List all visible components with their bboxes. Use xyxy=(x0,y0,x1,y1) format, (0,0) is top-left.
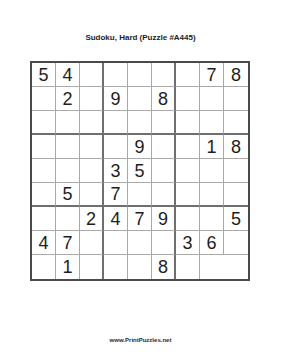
cell-r5c2 xyxy=(56,159,80,183)
cell-r6c1 xyxy=(32,183,56,207)
cell-r1c9: 8 xyxy=(224,63,248,87)
cell-r7c2 xyxy=(56,207,80,231)
cell-r1c4 xyxy=(104,63,128,87)
cell-r1c6 xyxy=(152,63,176,87)
cell-r8c2: 7 xyxy=(56,231,80,255)
cell-r6c6 xyxy=(152,183,176,207)
cell-r7c5: 7 xyxy=(128,207,152,231)
cell-r3c4 xyxy=(104,111,128,135)
cell-r9c3 xyxy=(80,255,104,279)
cell-r1c8: 7 xyxy=(200,63,224,87)
cell-r9c6: 8 xyxy=(152,255,176,279)
cell-r5c7 xyxy=(176,159,200,183)
cell-r3c7 xyxy=(176,111,200,135)
cell-r3c2 xyxy=(56,111,80,135)
cell-r2c9 xyxy=(224,87,248,111)
cell-r4c8: 1 xyxy=(200,135,224,159)
cell-r7c6: 9 xyxy=(152,207,176,231)
cell-r5c5: 5 xyxy=(128,159,152,183)
cell-r8c6 xyxy=(152,231,176,255)
cell-r4c1 xyxy=(32,135,56,159)
cell-r9c7 xyxy=(176,255,200,279)
sudoku-board: 5478298918355724795473618 xyxy=(30,61,250,281)
cell-r5c8 xyxy=(200,159,224,183)
cell-r8c8: 6 xyxy=(200,231,224,255)
website-credit: www.PrintPuzzles.net xyxy=(0,337,281,344)
cell-r5c9 xyxy=(224,159,248,183)
cell-r7c9: 5 xyxy=(224,207,248,231)
cell-r4c4 xyxy=(104,135,128,159)
cell-r3c6 xyxy=(152,111,176,135)
cell-r3c5 xyxy=(128,111,152,135)
cell-r4c5: 9 xyxy=(128,135,152,159)
cell-r3c8 xyxy=(200,111,224,135)
cell-r6c2: 5 xyxy=(56,183,80,207)
cell-r9c5 xyxy=(128,255,152,279)
cell-r2c2: 2 xyxy=(56,87,80,111)
cell-r6c5 xyxy=(128,183,152,207)
cell-r7c3: 2 xyxy=(80,207,104,231)
cell-r9c1 xyxy=(32,255,56,279)
cell-r8c3 xyxy=(80,231,104,255)
cell-r5c3 xyxy=(80,159,104,183)
cell-r8c9 xyxy=(224,231,248,255)
cell-r2c5 xyxy=(128,87,152,111)
cell-r3c1 xyxy=(32,111,56,135)
cell-r2c4: 9 xyxy=(104,87,128,111)
cell-r2c6: 8 xyxy=(152,87,176,111)
puzzle-page: Sudoku, Hard (Puzzle #A445) 547829891835… xyxy=(0,0,281,363)
cell-r1c2: 4 xyxy=(56,63,80,87)
cell-r3c9 xyxy=(224,111,248,135)
page-title: Sudoku, Hard (Puzzle #A445) xyxy=(0,33,281,42)
cell-r1c1: 5 xyxy=(32,63,56,87)
cell-r2c7 xyxy=(176,87,200,111)
cell-r5c4: 3 xyxy=(104,159,128,183)
cell-r4c7 xyxy=(176,135,200,159)
cell-r4c6 xyxy=(152,135,176,159)
cell-r6c9 xyxy=(224,183,248,207)
cell-r4c3 xyxy=(80,135,104,159)
cell-r7c8 xyxy=(200,207,224,231)
cell-r4c2 xyxy=(56,135,80,159)
cell-r3c3 xyxy=(80,111,104,135)
cell-r2c1 xyxy=(32,87,56,111)
cell-r6c4: 7 xyxy=(104,183,128,207)
cell-r7c1 xyxy=(32,207,56,231)
cell-r7c7 xyxy=(176,207,200,231)
cell-r8c1: 4 xyxy=(32,231,56,255)
cell-r6c8 xyxy=(200,183,224,207)
cell-r2c8 xyxy=(200,87,224,111)
cell-r5c6 xyxy=(152,159,176,183)
cell-r9c2: 1 xyxy=(56,255,80,279)
cell-r8c4 xyxy=(104,231,128,255)
cell-r6c3 xyxy=(80,183,104,207)
cell-r1c7 xyxy=(176,63,200,87)
cell-r6c7 xyxy=(176,183,200,207)
cell-r8c7: 3 xyxy=(176,231,200,255)
cell-r2c3 xyxy=(80,87,104,111)
cell-r4c9: 8 xyxy=(224,135,248,159)
cell-r1c5 xyxy=(128,63,152,87)
cell-r1c3 xyxy=(80,63,104,87)
cell-r5c1 xyxy=(32,159,56,183)
cell-r7c4: 4 xyxy=(104,207,128,231)
cell-r8c5 xyxy=(128,231,152,255)
cell-r9c4 xyxy=(104,255,128,279)
